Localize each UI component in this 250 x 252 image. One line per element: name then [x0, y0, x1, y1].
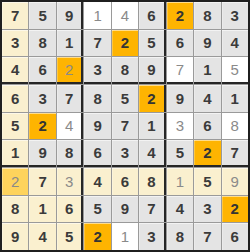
cell-r9c9[interactable]: 6: [222, 223, 248, 250]
cell-r6c7[interactable]: 5: [167, 140, 193, 167]
cell-r8c9[interactable]: 2: [222, 196, 248, 223]
cell-r6c6[interactable]: 4: [139, 140, 165, 167]
cell-r6c8[interactable]: 2: [194, 140, 220, 167]
cell-r5c5[interactable]: 7: [112, 113, 138, 140]
cell-r6c3[interactable]: 8: [57, 140, 83, 167]
cell-r9c2[interactable]: 4: [29, 223, 55, 250]
cell-r2c4[interactable]: 7: [84, 30, 110, 57]
cell-r7c8[interactable]: 5: [194, 168, 220, 195]
cell-r1c4[interactable]: 1: [84, 2, 110, 29]
cell-r3c6[interactable]: 9: [139, 57, 165, 84]
cell-r7c7[interactable]: 1: [167, 168, 193, 195]
cell-r4c9[interactable]: 1: [222, 85, 248, 112]
cell-r8c2[interactable]: 1: [29, 196, 55, 223]
cell-r4c8[interactable]: 4: [194, 85, 220, 112]
cell-r9c3[interactable]: 5: [57, 223, 83, 250]
cell-r6c5[interactable]: 3: [112, 140, 138, 167]
cell-r8c4[interactable]: 5: [84, 196, 110, 223]
cell-r2c7[interactable]: 6: [167, 30, 193, 57]
cell-r7c6[interactable]: 8: [139, 168, 165, 195]
cell-r8c8[interactable]: 3: [194, 196, 220, 223]
cell-r2c1[interactable]: 3: [2, 30, 28, 57]
cell-r5c6[interactable]: 1: [139, 113, 165, 140]
cell-r9c8[interactable]: 7: [194, 223, 220, 250]
cell-r9c4[interactable]: 2: [84, 223, 110, 250]
cell-r1c1[interactable]: 7: [2, 2, 28, 29]
cell-r7c9[interactable]: 9: [222, 168, 248, 195]
cell-r7c3[interactable]: 3: [57, 168, 83, 195]
cell-r1c2[interactable]: 5: [29, 2, 55, 29]
cell-r3c7[interactable]: 7: [167, 57, 193, 84]
cell-r7c5[interactable]: 6: [112, 168, 138, 195]
cell-r9c6[interactable]: 3: [139, 223, 165, 250]
cell-r8c5[interactable]: 9: [112, 196, 138, 223]
cell-r9c1[interactable]: 9: [2, 223, 28, 250]
cell-r7c1[interactable]: 2: [2, 168, 28, 195]
cell-r8c7[interactable]: 4: [167, 196, 193, 223]
cell-r1c6[interactable]: 6: [139, 2, 165, 29]
cell-r3c1[interactable]: 4: [2, 57, 28, 84]
cell-r3c2[interactable]: 6: [29, 57, 55, 84]
cell-r5c8[interactable]: 6: [194, 113, 220, 140]
cell-r4c2[interactable]: 3: [29, 85, 55, 112]
cell-r2c9[interactable]: 4: [222, 30, 248, 57]
cell-r8c3[interactable]: 6: [57, 196, 83, 223]
cell-r4c6[interactable]: 2: [139, 85, 165, 112]
cell-r2c8[interactable]: 9: [194, 30, 220, 57]
cell-r5c1[interactable]: 5: [2, 113, 28, 140]
cell-r1c3[interactable]: 9: [57, 2, 83, 29]
cell-r9c5[interactable]: 1: [112, 223, 138, 250]
cell-r2c6[interactable]: 5: [139, 30, 165, 57]
cell-r2c2[interactable]: 8: [29, 30, 55, 57]
cell-r3c3[interactable]: 2: [57, 57, 83, 84]
cell-r7c2[interactable]: 7: [29, 168, 55, 195]
cell-r4c7[interactable]: 9: [167, 85, 193, 112]
cell-r7c4[interactable]: 4: [84, 168, 110, 195]
cell-r4c1[interactable]: 6: [2, 85, 28, 112]
cell-r1c8[interactable]: 8: [194, 2, 220, 29]
cell-r2c3[interactable]: 1: [57, 30, 83, 57]
cell-r5c9[interactable]: 8: [222, 113, 248, 140]
cell-r3c4[interactable]: 3: [84, 57, 110, 84]
cell-r8c6[interactable]: 7: [139, 196, 165, 223]
cell-r4c5[interactable]: 5: [112, 85, 138, 112]
cell-r9c7[interactable]: 8: [167, 223, 193, 250]
cell-r1c5[interactable]: 4: [112, 2, 138, 29]
cell-r5c7[interactable]: 3: [167, 113, 193, 140]
cell-r6c9[interactable]: 7: [222, 140, 248, 167]
cell-r1c7[interactable]: 2: [167, 2, 193, 29]
cell-r6c1[interactable]: 1: [2, 140, 28, 167]
cell-r4c4[interactable]: 8: [84, 85, 110, 112]
cell-r4c3[interactable]: 7: [57, 85, 83, 112]
cell-r5c2[interactable]: 2: [29, 113, 55, 140]
cell-r2c5[interactable]: 2: [112, 30, 138, 57]
cell-r3c5[interactable]: 8: [112, 57, 138, 84]
cell-r6c2[interactable]: 9: [29, 140, 55, 167]
cell-r1c9[interactable]: 3: [222, 2, 248, 29]
cell-r3c9[interactable]: 5: [222, 57, 248, 84]
cell-r8c1[interactable]: 8: [2, 196, 28, 223]
cell-r5c4[interactable]: 9: [84, 113, 110, 140]
sudoku-board: 7591462833817256944623897156378529415249…: [0, 0, 250, 252]
cell-r3c8[interactable]: 1: [194, 57, 220, 84]
cell-r6c4[interactable]: 6: [84, 140, 110, 167]
cell-r5c3[interactable]: 4: [57, 113, 83, 140]
